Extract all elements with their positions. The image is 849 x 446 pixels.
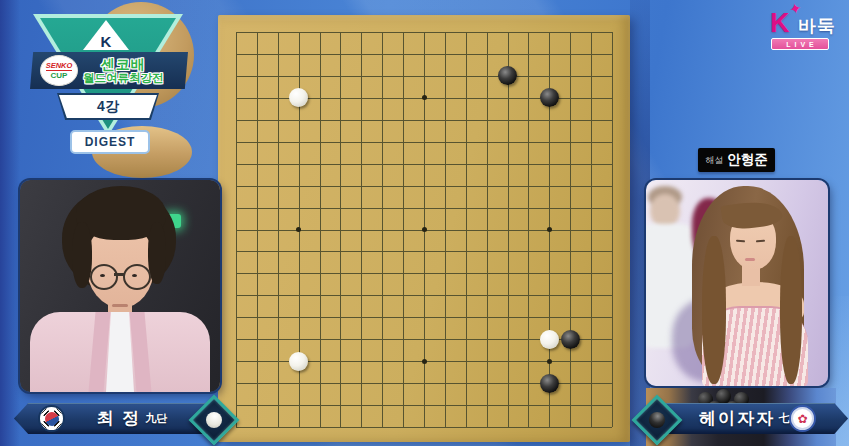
player-right-hair-front: [702, 236, 726, 384]
sponsor-cup: CUP: [51, 72, 68, 80]
digest-badge: DIGEST: [70, 130, 150, 154]
tournament-title-line1: 센코배: [101, 56, 146, 72]
white-stone-D4: [289, 352, 308, 371]
player-left-mouth: [112, 304, 128, 307]
k-mark: K: [101, 33, 112, 50]
player-right-photo: [646, 180, 828, 386]
white-stone-D16: [289, 88, 308, 107]
background-figure: [650, 194, 680, 228]
sponsor-name: SENKO: [46, 62, 73, 71]
glasses-lens: [123, 264, 151, 290]
korea-flag-icon: [38, 405, 65, 432]
live-label: LIVE: [782, 41, 818, 48]
tournament-title-line2: 월드여류최강전: [83, 72, 164, 85]
tournament-title: 센코배 월드여류최강전: [83, 56, 164, 85]
go-board: [218, 15, 630, 442]
black-stone-Q16: [540, 88, 559, 107]
stones-grid: [226, 21, 623, 438]
glasses-lens: [90, 264, 118, 290]
player-left-hair-side: [72, 222, 92, 288]
commentator-role: 해설: [705, 154, 723, 167]
black-stone-indicator: [632, 395, 683, 446]
player-right-name: 헤이자자: [699, 407, 775, 430]
title-band: SENKO CUP 센코배 월드여류최강전: [30, 52, 188, 89]
player-left-name: 최 정: [97, 407, 142, 430]
player-right-lips: [745, 258, 755, 261]
player-left-photo: [20, 180, 220, 392]
live-badge: LIVE: [771, 38, 829, 50]
black-stone-O17: [498, 66, 517, 85]
channel-logo-k: K: [770, 8, 790, 39]
broadcast-frame: K SENKO CUP 센코배 월드여류최강전 4강 DIGEST ✦ K 바둑…: [0, 0, 849, 446]
player-left-nameplate: 최 정 九단: [14, 401, 232, 439]
commentator-tag: 해설 안형준: [698, 148, 775, 172]
left-edge-shade: [0, 0, 20, 446]
player-left-rank: 九단: [145, 411, 167, 426]
white-stone-indicator: [189, 395, 240, 446]
player-right-hair-front: [780, 236, 802, 384]
round-band: 4강: [59, 95, 157, 118]
plum-blossom-icon: ✿: [797, 413, 807, 425]
round-band-border: 4강: [57, 93, 159, 120]
black-stone-icon: [646, 409, 669, 432]
white-stone-icon: [203, 409, 226, 432]
round-label: 4강: [97, 98, 119, 116]
channel-logo-baduk: 바둑: [798, 14, 836, 38]
player-right-nameplate: 헤이자자 七단 ✿: [636, 401, 849, 439]
black-stone-Q3: [540, 374, 559, 393]
commentator-name: 안형준: [727, 151, 768, 169]
black-stone-R5: [561, 330, 580, 349]
digest-label: DIGEST: [85, 135, 136, 149]
chinese-taipei-emblem: ✿: [789, 405, 816, 432]
tournament-emblem: K SENKO CUP 센코배 월드여류최강전 4강 DIGEST: [28, 6, 194, 152]
senko-cup-badge: SENKO CUP: [40, 55, 78, 86]
white-stone-Q5: [540, 330, 559, 349]
glasses-bridge: [114, 273, 124, 276]
channel-logo: ✦ K 바둑 LIVE: [768, 1, 846, 49]
